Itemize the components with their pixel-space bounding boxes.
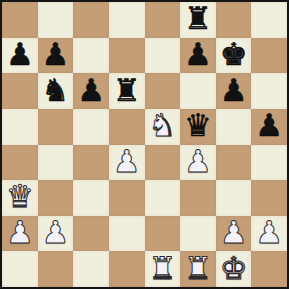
square-d3[interactable]: [109, 180, 145, 216]
square-f3[interactable]: [180, 180, 216, 216]
square-f6[interactable]: [180, 73, 216, 109]
square-b4[interactable]: [38, 145, 74, 181]
square-f1[interactable]: ♜: [180, 251, 216, 287]
square-g7[interactable]: ♚: [216, 38, 252, 74]
white-pawn[interactable]: ♟: [255, 217, 283, 248]
white-pawn[interactable]: ♟: [113, 146, 141, 177]
white-pawn[interactable]: ♟: [42, 217, 70, 248]
square-d2[interactable]: [109, 216, 145, 252]
black-pawn[interactable]: ♟: [77, 75, 105, 106]
black-pawn[interactable]: ♟: [184, 39, 212, 70]
square-e1[interactable]: ♜: [145, 251, 181, 287]
white-rook[interactable]: ♜: [184, 253, 212, 284]
square-h4[interactable]: [251, 145, 287, 181]
square-b3[interactable]: [38, 180, 74, 216]
square-h2[interactable]: ♟: [251, 216, 287, 252]
black-rook[interactable]: ♜: [184, 3, 212, 34]
black-pawn[interactable]: ♟: [42, 39, 70, 70]
square-a1[interactable]: [2, 251, 38, 287]
white-pawn[interactable]: ♟: [6, 217, 34, 248]
black-rook[interactable]: ♜: [113, 75, 141, 106]
square-h5[interactable]: ♟: [251, 109, 287, 145]
square-c8[interactable]: [73, 2, 109, 38]
square-h7[interactable]: [251, 38, 287, 74]
square-e7[interactable]: [145, 38, 181, 74]
square-a7[interactable]: ♟: [2, 38, 38, 74]
square-f4[interactable]: ♟: [180, 145, 216, 181]
square-g5[interactable]: [216, 109, 252, 145]
square-c4[interactable]: [73, 145, 109, 181]
white-king[interactable]: ♚: [220, 253, 248, 284]
square-d6[interactable]: ♜: [109, 73, 145, 109]
square-g8[interactable]: [216, 2, 252, 38]
white-queen[interactable]: ♛: [6, 181, 34, 212]
square-a8[interactable]: [2, 2, 38, 38]
square-g6[interactable]: ♟: [216, 73, 252, 109]
square-g3[interactable]: [216, 180, 252, 216]
square-a6[interactable]: [2, 73, 38, 109]
square-b1[interactable]: [38, 251, 74, 287]
square-c2[interactable]: [73, 216, 109, 252]
white-pawn[interactable]: ♟: [220, 217, 248, 248]
black-knight[interactable]: ♞: [42, 75, 70, 106]
square-a4[interactable]: [2, 145, 38, 181]
square-f5[interactable]: ♛: [180, 109, 216, 145]
square-h8[interactable]: [251, 2, 287, 38]
square-c7[interactable]: [73, 38, 109, 74]
square-b2[interactable]: ♟: [38, 216, 74, 252]
chess-board: ♜♟♟♟♚♞♟♜♟♞♛♟♟♟♛♟♟♟♟♜♜♚: [0, 0, 289, 289]
square-b7[interactable]: ♟: [38, 38, 74, 74]
square-e3[interactable]: [145, 180, 181, 216]
square-d4[interactable]: ♟: [109, 145, 145, 181]
white-pawn[interactable]: ♟: [184, 146, 212, 177]
square-g2[interactable]: ♟: [216, 216, 252, 252]
square-b8[interactable]: [38, 2, 74, 38]
square-e5[interactable]: ♞: [145, 109, 181, 145]
square-a2[interactable]: ♟: [2, 216, 38, 252]
square-b5[interactable]: [38, 109, 74, 145]
black-pawn[interactable]: ♟: [220, 75, 248, 106]
square-d1[interactable]: [109, 251, 145, 287]
white-knight[interactable]: ♞: [148, 110, 176, 141]
square-a3[interactable]: ♛: [2, 180, 38, 216]
black-queen[interactable]: ♛: [184, 110, 212, 141]
square-e6[interactable]: [145, 73, 181, 109]
square-a5[interactable]: [2, 109, 38, 145]
square-f8[interactable]: ♜: [180, 2, 216, 38]
square-h6[interactable]: [251, 73, 287, 109]
square-h3[interactable]: [251, 180, 287, 216]
square-e8[interactable]: [145, 2, 181, 38]
square-c1[interactable]: [73, 251, 109, 287]
square-c5[interactable]: [73, 109, 109, 145]
square-e2[interactable]: [145, 216, 181, 252]
square-f2[interactable]: [180, 216, 216, 252]
square-c3[interactable]: [73, 180, 109, 216]
square-d7[interactable]: [109, 38, 145, 74]
square-h1[interactable]: [251, 251, 287, 287]
square-b6[interactable]: ♞: [38, 73, 74, 109]
square-g1[interactable]: ♚: [216, 251, 252, 287]
square-d5[interactable]: [109, 109, 145, 145]
square-g4[interactable]: [216, 145, 252, 181]
black-pawn[interactable]: ♟: [255, 110, 283, 141]
white-rook[interactable]: ♜: [148, 253, 176, 284]
square-d8[interactable]: [109, 2, 145, 38]
square-c6[interactable]: ♟: [73, 73, 109, 109]
black-king[interactable]: ♚: [220, 39, 248, 70]
square-e4[interactable]: [145, 145, 181, 181]
square-f7[interactable]: ♟: [180, 38, 216, 74]
black-pawn[interactable]: ♟: [6, 39, 34, 70]
